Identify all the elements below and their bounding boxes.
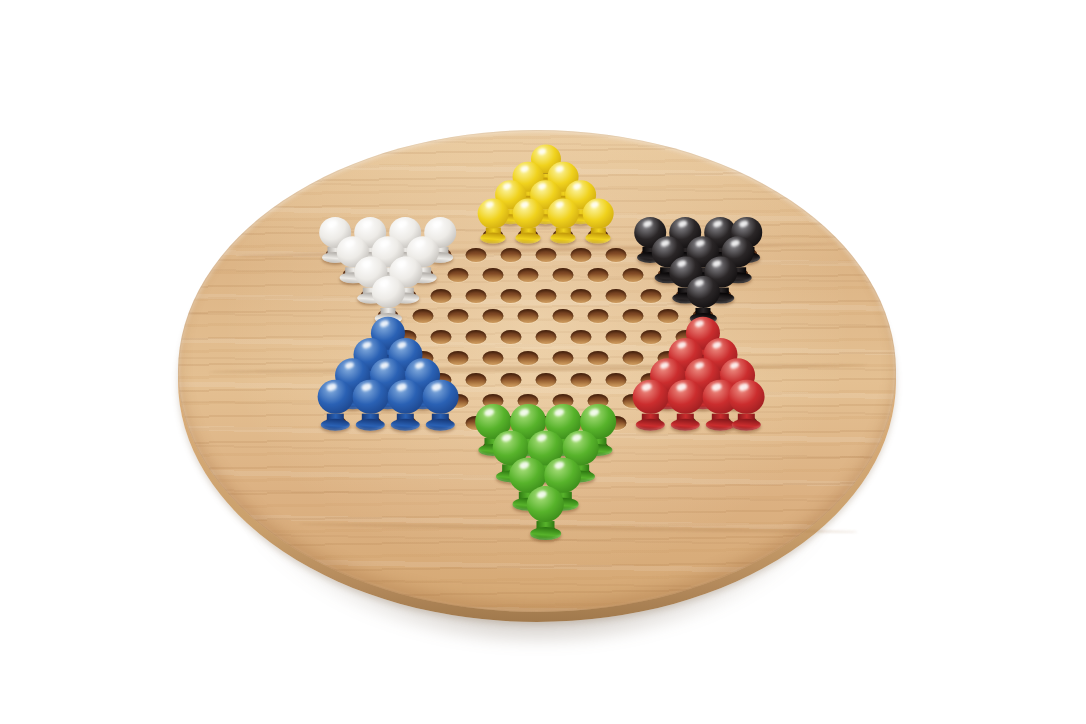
peg-ball [318,380,353,414]
peg-yellow[interactable] [547,198,578,243]
board-hole[interactable] [430,330,451,344]
peg-blue[interactable] [353,380,388,431]
peg-blue[interactable] [423,380,458,431]
board-hole[interactable] [518,351,539,365]
board-hole[interactable] [588,268,609,282]
board-hole[interactable] [623,268,644,282]
board-cell [528,532,563,562]
peg-base [585,233,611,244]
peg-blue[interactable] [318,380,353,431]
board-hole[interactable] [500,289,521,303]
product-photo-scene [0,0,1086,724]
board-cell [668,423,703,448]
board-hole[interactable] [465,373,486,387]
star-hole-grid [318,180,756,562]
peg-base [732,419,761,431]
board-hole[interactable] [570,330,591,344]
peg-red[interactable] [729,380,764,431]
board-cell [738,423,756,448]
board-hole[interactable] [483,309,504,323]
board-hole[interactable] [535,373,556,387]
board-hole[interactable] [553,309,574,323]
peg-base [515,233,541,244]
board-hole[interactable] [483,351,504,365]
board-hole[interactable] [535,248,556,262]
board-hole[interactable] [605,248,626,262]
peg-red[interactable] [668,380,703,431]
board-cell [388,423,423,448]
peg-ball [388,380,423,414]
board-hole[interactable] [623,351,644,365]
board-hole[interactable] [588,351,609,365]
board-hole[interactable] [535,289,556,303]
peg-base [391,419,420,431]
board-hole[interactable] [483,268,504,282]
board-hole[interactable] [553,351,574,365]
board-hole[interactable] [570,373,591,387]
peg-base [356,419,385,431]
peg-ball [353,380,388,414]
board-hole[interactable] [518,309,539,323]
peg-base [480,233,506,244]
board-cell [318,423,353,448]
board-hole[interactable] [658,309,679,323]
peg-ball [668,380,703,414]
peg-ball [729,380,764,414]
board-cell [633,423,668,448]
board-hole[interactable] [500,330,521,344]
board-hole[interactable] [570,289,591,303]
board-hole[interactable] [553,268,574,282]
board-hole[interactable] [623,309,644,323]
board-hole[interactable] [465,330,486,344]
peg-base [671,419,700,431]
board-cell [353,423,388,448]
board-hole[interactable] [448,309,469,323]
board-hole[interactable] [640,330,661,344]
board-cell [423,423,458,448]
peg-ball [527,486,564,522]
peg-ball [477,198,508,228]
peg-base [321,419,350,431]
peg-base [426,419,455,431]
peg-ball [686,276,719,308]
peg-red[interactable] [633,380,668,431]
board-hole[interactable] [535,330,556,344]
peg-ball [512,198,543,228]
board-hole[interactable] [605,373,626,387]
peg-yellow[interactable] [477,198,508,243]
board-hole[interactable] [570,248,591,262]
peg-ball [371,276,404,308]
board-hole[interactable] [500,373,521,387]
board-hole[interactable] [413,309,434,323]
peg-base [636,419,665,431]
board-hole[interactable] [500,248,521,262]
peg-green[interactable] [527,486,564,540]
board-hole[interactable] [605,330,626,344]
board-hole[interactable] [640,289,661,303]
peg-base [530,527,561,540]
peg-yellow[interactable] [512,198,543,243]
board-hole[interactable] [588,309,609,323]
peg-ball [582,198,613,228]
peg-yellow[interactable] [582,198,613,243]
peg-base [550,233,576,244]
board-hole[interactable] [465,289,486,303]
board-hole[interactable] [430,289,451,303]
peg-ball [547,198,578,228]
peg-ball [633,380,668,414]
board-hole[interactable] [465,248,486,262]
peg-ball [423,380,458,414]
board-hole[interactable] [518,268,539,282]
board-hole[interactable] [605,289,626,303]
board-hole[interactable] [448,268,469,282]
board-hole[interactable] [448,351,469,365]
peg-blue[interactable] [388,380,423,431]
